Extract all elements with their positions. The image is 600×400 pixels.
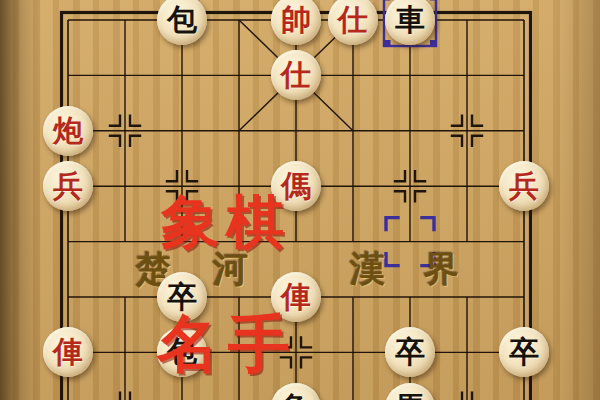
piece-red-chariot[interactable]: 俥 [271,272,321,322]
piece-glyph: 兵 [509,161,539,211]
piece-red-horse[interactable]: 傌 [271,161,321,211]
piece-glyph: 卒 [395,327,425,377]
piece-glyph: 傌 [281,161,311,211]
piece-red-soldier[interactable]: 兵 [43,161,93,211]
piece-glyph: 仕 [338,0,368,45]
piece-glyph: 卒 [167,272,197,322]
piece-glyph: 包 [167,327,197,377]
xiangqi-board-screen: 楚河 漢界 包帥仕車仕炮兵傌兵卒俥俥包卒卒象馬 象棋 名手 [0,0,600,400]
piece-glyph: 帥 [281,0,311,45]
piece-glyph: 包 [167,0,197,45]
piece-glyph: 卒 [509,327,539,377]
piece-glyph: 象 [281,383,311,400]
piece-red-soldier[interactable]: 兵 [499,161,549,211]
piece-black-soldier[interactable]: 卒 [157,272,207,322]
piece-glyph: 兵 [53,161,83,211]
piece-glyph: 仕 [281,50,311,100]
piece-glyph: 炮 [53,106,83,156]
piece-glyph: 車 [395,0,425,45]
piece-glyph: 馬 [395,383,425,400]
piece-glyph: 俥 [53,327,83,377]
piece-red-cannon[interactable]: 炮 [43,106,93,156]
piece-glyph: 俥 [281,272,311,322]
